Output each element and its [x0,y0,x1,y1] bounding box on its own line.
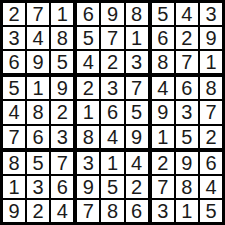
cell-r6c1[interactable]: 7 [3,126,25,148]
box-1-1: 271348695 [3,3,73,73]
cell-r5c4[interactable]: 1 [77,101,99,123]
cell-r8c1[interactable]: 1 [3,176,25,198]
cell-r1c5[interactable]: 9 [101,3,123,25]
cell-r2c8[interactable]: 2 [176,27,198,49]
cell-r3c3[interactable]: 5 [51,51,73,73]
cell-r9c8[interactable]: 1 [176,200,198,222]
cell-r5c3[interactable]: 2 [51,101,73,123]
cell-r5c8[interactable]: 3 [176,101,198,123]
cell-r4c1[interactable]: 5 [3,77,25,99]
cell-r2c1[interactable]: 3 [3,27,25,49]
cell-r8c8[interactable]: 8 [176,176,198,198]
cell-r1c6[interactable]: 8 [126,3,148,25]
cell-r2c4[interactable]: 5 [77,27,99,49]
cell-r7c4[interactable]: 3 [77,152,99,174]
cell-r7c2[interactable]: 5 [27,152,49,174]
cell-r5c6[interactable]: 5 [126,101,148,123]
sudoku-board: 2713486956985714235436298715194827632371… [0,0,225,225]
cell-r3c5[interactable]: 2 [101,51,123,73]
cell-r9c1[interactable]: 9 [3,200,25,222]
cell-r4c5[interactable]: 3 [101,77,123,99]
cell-r2c3[interactable]: 8 [51,27,73,49]
cell-r9c4[interactable]: 7 [77,200,99,222]
cell-r4c8[interactable]: 6 [176,77,198,99]
cell-r4c6[interactable]: 7 [126,77,148,99]
cell-r1c7[interactable]: 5 [152,3,174,25]
cell-r9c5[interactable]: 8 [101,200,123,222]
cell-r1c1[interactable]: 2 [3,3,25,25]
box-3-3: 296784315 [152,152,222,222]
cell-r8c3[interactable]: 6 [51,176,73,198]
cell-r8c9[interactable]: 4 [200,176,222,198]
cell-r6c8[interactable]: 5 [176,126,198,148]
cell-r2c6[interactable]: 1 [126,27,148,49]
cell-r6c2[interactable]: 6 [27,126,49,148]
cell-r5c2[interactable]: 8 [27,101,49,123]
cell-r4c4[interactable]: 2 [77,77,99,99]
cell-r1c9[interactable]: 3 [200,3,222,25]
cell-r4c7[interactable]: 4 [152,77,174,99]
cell-r7c6[interactable]: 4 [126,152,148,174]
cell-r6c9[interactable]: 2 [200,126,222,148]
cell-r1c8[interactable]: 4 [176,3,198,25]
cell-r5c9[interactable]: 7 [200,101,222,123]
cell-r7c7[interactable]: 2 [152,152,174,174]
box-3-2: 314952786 [77,152,147,222]
cell-r7c5[interactable]: 1 [101,152,123,174]
cell-r6c6[interactable]: 9 [126,126,148,148]
box-1-2: 698571423 [77,3,147,73]
cell-r6c5[interactable]: 4 [101,126,123,148]
cell-r8c4[interactable]: 9 [77,176,99,198]
cell-r2c9[interactable]: 9 [200,27,222,49]
cell-r2c5[interactable]: 7 [101,27,123,49]
cell-r3c4[interactable]: 4 [77,51,99,73]
cell-r9c6[interactable]: 6 [126,200,148,222]
cell-r9c9[interactable]: 5 [200,200,222,222]
box-2-2: 237165849 [77,77,147,147]
box-3-1: 857136924 [3,152,73,222]
cell-r1c3[interactable]: 1 [51,3,73,25]
cell-r7c1[interactable]: 8 [3,152,25,174]
box-2-3: 468937152 [152,77,222,147]
cell-r4c2[interactable]: 1 [27,77,49,99]
cell-r2c2[interactable]: 4 [27,27,49,49]
cell-r7c8[interactable]: 9 [176,152,198,174]
cell-r8c7[interactable]: 7 [152,176,174,198]
cell-r7c9[interactable]: 6 [200,152,222,174]
cell-r5c1[interactable]: 4 [3,101,25,123]
cell-r3c7[interactable]: 8 [152,51,174,73]
cell-r5c5[interactable]: 6 [101,101,123,123]
cell-r4c9[interactable]: 8 [200,77,222,99]
cell-r8c6[interactable]: 2 [126,176,148,198]
box-2-1: 519482763 [3,77,73,147]
cell-r1c2[interactable]: 7 [27,3,49,25]
cell-r6c4[interactable]: 8 [77,126,99,148]
cell-r3c9[interactable]: 1 [200,51,222,73]
cell-r8c5[interactable]: 5 [101,176,123,198]
cell-r3c8[interactable]: 7 [176,51,198,73]
cell-r7c3[interactable]: 7 [51,152,73,174]
cell-r6c3[interactable]: 3 [51,126,73,148]
cell-r4c3[interactable]: 9 [51,77,73,99]
cell-r3c1[interactable]: 6 [3,51,25,73]
cell-r9c2[interactable]: 2 [27,200,49,222]
cell-r9c3[interactable]: 4 [51,200,73,222]
cell-r9c7[interactable]: 3 [152,200,174,222]
cell-r3c2[interactable]: 9 [27,51,49,73]
cell-r6c7[interactable]: 1 [152,126,174,148]
cell-r5c7[interactable]: 9 [152,101,174,123]
cell-r3c6[interactable]: 3 [126,51,148,73]
cell-r8c2[interactable]: 3 [27,176,49,198]
cell-r2c7[interactable]: 6 [152,27,174,49]
box-1-3: 543629871 [152,3,222,73]
cell-r1c4[interactable]: 6 [77,3,99,25]
